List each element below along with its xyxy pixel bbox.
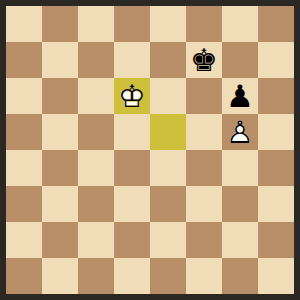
square-f1[interactable]: [186, 258, 222, 294]
square-g6[interactable]: ♟: [222, 78, 258, 114]
square-g5[interactable]: ♟♙: [222, 114, 258, 150]
square-c5[interactable]: [78, 114, 114, 150]
square-g1[interactable]: [222, 258, 258, 294]
square-e2[interactable]: [150, 222, 186, 258]
square-a8[interactable]: [6, 6, 42, 42]
square-e3[interactable]: [150, 186, 186, 222]
square-a3[interactable]: [6, 186, 42, 222]
piece-black-pawn[interactable]: ♟: [222, 78, 258, 114]
square-f8[interactable]: [186, 6, 222, 42]
square-d8[interactable]: [114, 6, 150, 42]
square-d3[interactable]: [114, 186, 150, 222]
square-h3[interactable]: [258, 186, 294, 222]
square-d4[interactable]: [114, 150, 150, 186]
board-frame: ♚♚♔♟♟♙: [0, 0, 300, 300]
square-f3[interactable]: [186, 186, 222, 222]
square-b8[interactable]: [42, 6, 78, 42]
piece-white-king[interactable]: ♔: [114, 78, 150, 114]
piece-white-king-fill: ♚: [114, 78, 150, 114]
square-a5[interactable]: [6, 114, 42, 150]
square-h2[interactable]: [258, 222, 294, 258]
square-b4[interactable]: [42, 150, 78, 186]
square-h4[interactable]: [258, 150, 294, 186]
square-c7[interactable]: [78, 42, 114, 78]
square-d6[interactable]: ♚♔: [114, 78, 150, 114]
square-a4[interactable]: [6, 150, 42, 186]
square-e5[interactable]: [150, 114, 186, 150]
square-c8[interactable]: [78, 6, 114, 42]
square-b6[interactable]: [42, 78, 78, 114]
square-f4[interactable]: [186, 150, 222, 186]
square-a7[interactable]: [6, 42, 42, 78]
square-e8[interactable]: [150, 6, 186, 42]
square-f6[interactable]: [186, 78, 222, 114]
square-g7[interactable]: [222, 42, 258, 78]
square-g3[interactable]: [222, 186, 258, 222]
square-f7[interactable]: ♚: [186, 42, 222, 78]
square-d7[interactable]: [114, 42, 150, 78]
square-c1[interactable]: [78, 258, 114, 294]
square-e6[interactable]: [150, 78, 186, 114]
square-b2[interactable]: [42, 222, 78, 258]
square-h5[interactable]: [258, 114, 294, 150]
square-d1[interactable]: [114, 258, 150, 294]
square-b1[interactable]: [42, 258, 78, 294]
square-e1[interactable]: [150, 258, 186, 294]
square-a1[interactable]: [6, 258, 42, 294]
square-h1[interactable]: [258, 258, 294, 294]
square-c4[interactable]: [78, 150, 114, 186]
chess-board: ♚♚♔♟♟♙: [6, 6, 294, 294]
piece-black-king[interactable]: ♚: [186, 42, 222, 78]
square-h6[interactable]: [258, 78, 294, 114]
square-g4[interactable]: [222, 150, 258, 186]
square-d5[interactable]: [114, 114, 150, 150]
square-f2[interactable]: [186, 222, 222, 258]
square-c6[interactable]: [78, 78, 114, 114]
square-b3[interactable]: [42, 186, 78, 222]
square-g8[interactable]: [222, 6, 258, 42]
square-f5[interactable]: [186, 114, 222, 150]
square-b5[interactable]: [42, 114, 78, 150]
square-a2[interactable]: [6, 222, 42, 258]
piece-white-pawn-fill: ♟: [222, 114, 258, 150]
square-g2[interactable]: [222, 222, 258, 258]
square-c3[interactable]: [78, 186, 114, 222]
square-b7[interactable]: [42, 42, 78, 78]
square-d2[interactable]: [114, 222, 150, 258]
square-c2[interactable]: [78, 222, 114, 258]
square-h8[interactable]: [258, 6, 294, 42]
square-e7[interactable]: [150, 42, 186, 78]
square-e4[interactable]: [150, 150, 186, 186]
piece-white-pawn[interactable]: ♙: [222, 114, 258, 150]
square-a6[interactable]: [6, 78, 42, 114]
square-h7[interactable]: [258, 42, 294, 78]
